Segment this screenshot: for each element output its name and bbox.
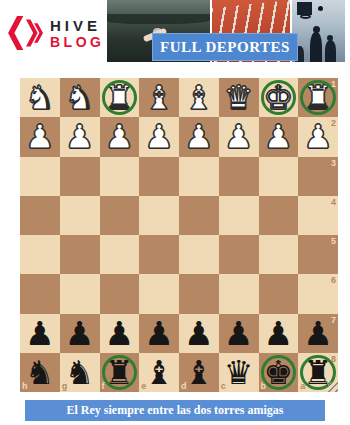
rank-label-7: 7: [331, 315, 336, 325]
white-bishop: ♝: [139, 78, 179, 117]
file-label-d: d: [181, 381, 187, 391]
square-h5: [20, 235, 60, 274]
square-f8: ♜f: [100, 353, 140, 392]
square-h1: ♞: [20, 78, 60, 117]
square-f6: [100, 274, 140, 313]
square-c2: ♟: [219, 117, 259, 156]
rank-label-1: 1: [331, 79, 336, 89]
square-f7: ♟: [100, 314, 140, 353]
square-g5: [60, 235, 100, 274]
square-d4: [179, 196, 219, 235]
square-b8: ♚b: [259, 353, 299, 392]
file-label-b: b: [261, 381, 267, 391]
square-e5: [139, 235, 179, 274]
square-d3: [179, 157, 219, 196]
square-g7: ♟: [60, 314, 100, 353]
player-head: [313, 26, 320, 33]
square-h3: [20, 157, 60, 196]
square-b6: [259, 274, 299, 313]
white-pawn: ♟: [20, 117, 60, 156]
square-c1: ♛: [219, 78, 259, 117]
white-bishop: ♝: [179, 78, 219, 117]
file-label-c: c: [221, 381, 226, 391]
rank-label-5: 5: [331, 236, 336, 246]
caption-text: El Rey siempre entre las dos torres amig…: [67, 403, 284, 418]
rank-label-6: 6: [331, 275, 336, 285]
black-pawn: ♟: [259, 314, 299, 353]
black-pawn: ♟: [219, 314, 259, 353]
square-d7: ♟: [179, 314, 219, 353]
black-pawn: ♟: [179, 314, 219, 353]
square-a2: ♟2: [298, 117, 338, 156]
square-b7: ♟: [259, 314, 299, 353]
square-h4: [20, 196, 60, 235]
brand-name-hive: HIVE: [50, 18, 104, 33]
square-a6: 6: [298, 274, 338, 313]
player-head: [327, 35, 333, 41]
square-d8: ♝d: [179, 353, 219, 392]
square-a5: 5: [298, 235, 338, 274]
square-c6: [219, 274, 259, 313]
hive-blog-logo[interactable]: HIVE BLOG: [8, 14, 104, 52]
board-resize-handle: [328, 382, 338, 392]
square-b4: [259, 196, 299, 235]
square-d5: [179, 235, 219, 274]
square-c3: [219, 157, 259, 196]
caption-bar: El Rey siempre entre las dos torres amig…: [25, 400, 325, 421]
square-g1: ♞: [60, 78, 100, 117]
full-deportes-banner: FULL DEPORTES: [152, 33, 298, 61]
chess-board: ♞♞♜♝♝♛♚♜1♟♟♟♟♟♟♟♟23456♟♟♟♟♟♟♟♟7♞h♞g♜f♝e♝…: [20, 78, 338, 392]
brand-name-blog: BLOG: [50, 35, 104, 49]
green-circle-annotation: [102, 355, 138, 390]
square-f4: [100, 196, 140, 235]
hoop-silhouette: [300, 14, 311, 19]
white-pawn: ♟: [219, 117, 259, 156]
square-e1: ♝: [139, 78, 179, 117]
square-g6: [60, 274, 100, 313]
square-a7: ♟7: [298, 314, 338, 353]
white-pawn: ♟: [60, 117, 100, 156]
square-g8: ♞g: [60, 353, 100, 392]
white-knight: ♞: [60, 78, 100, 117]
white-queen: ♛: [219, 78, 259, 117]
white-pawn: ♟: [100, 117, 140, 156]
ball-silhouette: [318, 6, 323, 11]
black-pawn: ♟: [139, 314, 179, 353]
black-pawn: ♟: [60, 314, 100, 353]
basketball-photo: [292, 0, 345, 62]
white-knight: ♞: [20, 78, 60, 117]
white-pawn: ♟: [179, 117, 219, 156]
square-g2: ♟: [60, 117, 100, 156]
file-label-g: g: [62, 381, 68, 391]
square-h6: [20, 274, 60, 313]
rank-label-2: 2: [331, 118, 336, 128]
square-c5: [219, 235, 259, 274]
file-label-f: f: [102, 381, 105, 391]
rank-label-4: 4: [331, 197, 336, 207]
square-h2: ♟: [20, 117, 60, 156]
rank-label-3: 3: [331, 158, 336, 168]
square-d1: ♝: [179, 78, 219, 117]
square-a4: 4: [298, 196, 338, 235]
square-f1: ♜: [100, 78, 140, 117]
square-h8: ♞h: [20, 353, 60, 392]
hive-logo-icon: [8, 16, 44, 50]
square-e8: ♝e: [139, 353, 179, 392]
square-d6: [179, 274, 219, 313]
player-silhouette: [310, 32, 322, 62]
black-pawn: ♟: [20, 314, 60, 353]
square-b3: [259, 157, 299, 196]
shore-silhouette: [107, 14, 210, 24]
square-h7: ♟: [20, 314, 60, 353]
square-c7: ♟: [219, 314, 259, 353]
black-pawn: ♟: [100, 314, 140, 353]
file-label-e: e: [141, 381, 146, 391]
square-d2: ♟: [179, 117, 219, 156]
square-e4: [139, 196, 179, 235]
square-a3: 3: [298, 157, 338, 196]
square-b1: ♚: [259, 78, 299, 117]
square-e2: ♟: [139, 117, 179, 156]
square-c4: [219, 196, 259, 235]
square-g3: [60, 157, 100, 196]
square-g4: [60, 196, 100, 235]
square-f2: ♟: [100, 117, 140, 156]
file-label-h: h: [22, 381, 28, 391]
square-f5: [100, 235, 140, 274]
square-b2: ♟: [259, 117, 299, 156]
square-a1: ♜1: [298, 78, 338, 117]
square-e3: [139, 157, 179, 196]
player-silhouette: [325, 40, 336, 62]
square-c8: ♛c: [219, 353, 259, 392]
square-f3: [100, 157, 140, 196]
banner-label: FULL DEPORTES: [160, 39, 290, 56]
square-e7: ♟: [139, 314, 179, 353]
white-pawn: ♟: [259, 117, 299, 156]
rank-label-8: 8: [331, 354, 336, 364]
square-b5: [259, 235, 299, 274]
white-pawn: ♟: [139, 117, 179, 156]
square-e6: [139, 274, 179, 313]
file-label-a: a: [300, 381, 305, 391]
